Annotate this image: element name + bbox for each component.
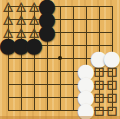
- board-point-H7[interactable]: [93, 26, 106, 39]
- black-territory-triangle-marker: △: [3, 0, 12, 13]
- board-point-F7[interactable]: [67, 26, 80, 39]
- board-point-B3[interactable]: [15, 78, 28, 91]
- board-point-G8[interactable]: [80, 13, 93, 26]
- white-stone: ●: [103, 52, 120, 65]
- board-point-J9[interactable]: [106, 0, 119, 13]
- board-point-A1[interactable]: [2, 104, 15, 117]
- board-point-A8[interactable]: △: [2, 13, 15, 26]
- board-point-A2[interactable]: [2, 91, 15, 104]
- board-point-D2[interactable]: [41, 91, 54, 104]
- board-point-J3[interactable]: □: [106, 78, 119, 91]
- board-point-C2[interactable]: [28, 91, 41, 104]
- board-point-B2[interactable]: [15, 91, 28, 104]
- board-point-F9[interactable]: [67, 0, 80, 13]
- white-territory-square-marker: □: [94, 91, 104, 104]
- board-point-J2[interactable]: □: [106, 91, 119, 104]
- board-point-C4[interactable]: [28, 65, 41, 78]
- white-territory-square-marker: □: [107, 91, 117, 104]
- board-bottom-edge: [0, 116, 120, 119]
- board-point-B9[interactable]: △: [15, 0, 28, 13]
- board-point-E6[interactable]: [54, 39, 67, 52]
- board-point-E5[interactable]: [54, 52, 67, 65]
- black-territory-triangle-marker: △: [16, 13, 25, 26]
- board-point-A3[interactable]: [2, 78, 15, 91]
- board-point-E2[interactable]: [54, 91, 67, 104]
- white-territory-square-marker: □: [94, 78, 104, 91]
- board-point-J1[interactable]: □: [106, 104, 119, 117]
- white-territory-square-marker: □: [107, 104, 117, 117]
- board-point-E1[interactable]: [54, 104, 67, 117]
- white-territory-square-marker: □: [94, 104, 104, 117]
- board-point-H8[interactable]: [93, 13, 106, 26]
- board-point-F8[interactable]: [67, 13, 80, 26]
- board-point-G1[interactable]: ●: [80, 104, 93, 117]
- board-point-A5[interactable]: [2, 52, 15, 65]
- board-point-A4[interactable]: [2, 65, 15, 78]
- board-point-G7[interactable]: [80, 26, 93, 39]
- board-point-F6[interactable]: [67, 39, 80, 52]
- board-point-A9[interactable]: △: [2, 0, 15, 13]
- board-point-C1[interactable]: [28, 104, 41, 117]
- board-point-E7[interactable]: [54, 26, 67, 39]
- board-point-B4[interactable]: [15, 65, 28, 78]
- board-point-C3[interactable]: [28, 78, 41, 91]
- black-territory-triangle-marker: △: [3, 13, 12, 26]
- white-territory-square-marker: □: [94, 65, 104, 78]
- white-territory-square-marker: □: [107, 65, 117, 78]
- board-point-D4[interactable]: [41, 65, 54, 78]
- board-point-C6[interactable]: ●: [28, 39, 41, 52]
- board-point-J8[interactable]: [106, 13, 119, 26]
- board-point-D6[interactable]: [41, 39, 54, 52]
- go-board: △△△●△△△●△△△●●●●●●●□□●□□●□□●□□: [0, 0, 120, 119]
- board-point-D3[interactable]: [41, 78, 54, 91]
- board-point-E3[interactable]: [54, 78, 67, 91]
- board-point-J7[interactable]: [106, 26, 119, 39]
- board-point-C5[interactable]: [28, 52, 41, 65]
- white-territory-square-marker: □: [107, 78, 117, 91]
- board-point-H1[interactable]: □: [93, 104, 106, 117]
- board-point-D1[interactable]: [41, 104, 54, 117]
- black-territory-triangle-marker: △: [16, 0, 25, 13]
- board-point-H9[interactable]: [93, 0, 106, 13]
- board-point-B5[interactable]: [15, 52, 28, 65]
- board-point-J5[interactable]: ●: [106, 52, 119, 65]
- board-point-B8[interactable]: △: [15, 13, 28, 26]
- board-point-E4[interactable]: [54, 65, 67, 78]
- board-point-B1[interactable]: [15, 104, 28, 117]
- board-point-D5[interactable]: [41, 52, 54, 65]
- board-point-G9[interactable]: [80, 0, 93, 13]
- board-points: △△△●△△△●△△△●●●●●●●□□●□□●□□●□□: [2, 0, 119, 117]
- board-point-J4[interactable]: □: [106, 65, 119, 78]
